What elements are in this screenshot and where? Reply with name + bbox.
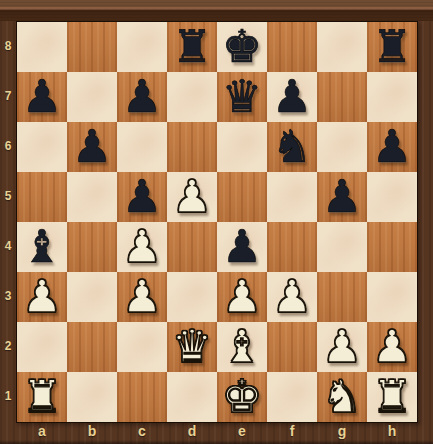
white-knight[interactable]: ♞ bbox=[322, 372, 362, 422]
file-label-h: h bbox=[367, 422, 417, 442]
square-d8[interactable]: ♜ bbox=[167, 22, 217, 72]
square-b5[interactable] bbox=[67, 172, 117, 222]
rank-label-1: 1 bbox=[0, 371, 16, 421]
white-pawn[interactable]: ♟ bbox=[222, 272, 262, 322]
square-b8[interactable] bbox=[67, 22, 117, 72]
file-label-g: g bbox=[317, 422, 367, 442]
black-pawn[interactable]: ♟ bbox=[322, 172, 362, 222]
square-h6[interactable]: ♟ bbox=[367, 122, 417, 172]
square-e2[interactable]: ♝ bbox=[217, 322, 267, 372]
board-frame-top bbox=[0, 0, 433, 21]
square-b4[interactable] bbox=[67, 222, 117, 272]
black-rook[interactable]: ♜ bbox=[172, 22, 212, 72]
square-d4[interactable] bbox=[167, 222, 217, 272]
square-e3[interactable]: ♟ bbox=[217, 272, 267, 322]
file-label-f: f bbox=[267, 422, 317, 442]
square-b2[interactable] bbox=[67, 322, 117, 372]
square-h2[interactable]: ♟ bbox=[367, 322, 417, 372]
square-h3[interactable] bbox=[367, 272, 417, 322]
black-knight[interactable]: ♞ bbox=[272, 122, 312, 172]
square-g4[interactable] bbox=[317, 222, 367, 272]
board-frame-bottom-edge bbox=[0, 440, 433, 444]
square-h4[interactable] bbox=[367, 222, 417, 272]
rank-labels: 87654321 bbox=[0, 21, 16, 421]
square-c5[interactable]: ♟ bbox=[117, 172, 167, 222]
black-king[interactable]: ♚ bbox=[222, 22, 262, 72]
square-c2[interactable] bbox=[117, 322, 167, 372]
file-label-c: c bbox=[117, 422, 167, 442]
square-g6[interactable] bbox=[317, 122, 367, 172]
square-d3[interactable] bbox=[167, 272, 217, 322]
file-label-d: d bbox=[167, 422, 217, 442]
white-rook[interactable]: ♜ bbox=[22, 372, 62, 422]
square-e6[interactable] bbox=[217, 122, 267, 172]
square-c6[interactable] bbox=[117, 122, 167, 172]
square-e4[interactable]: ♟ bbox=[217, 222, 267, 272]
white-pawn[interactable]: ♟ bbox=[322, 322, 362, 372]
white-queen[interactable]: ♛ bbox=[172, 322, 212, 372]
square-f6[interactable]: ♞ bbox=[267, 122, 317, 172]
white-king[interactable]: ♚ bbox=[222, 372, 262, 422]
square-c7[interactable]: ♟ bbox=[117, 72, 167, 122]
square-c8[interactable] bbox=[117, 22, 167, 72]
square-f2[interactable] bbox=[267, 322, 317, 372]
white-bishop[interactable]: ♝ bbox=[222, 322, 262, 372]
square-a1[interactable]: ♜ bbox=[17, 372, 67, 422]
white-pawn[interactable]: ♟ bbox=[272, 272, 312, 322]
square-f1[interactable] bbox=[267, 372, 317, 422]
square-f8[interactable] bbox=[267, 22, 317, 72]
black-pawn[interactable]: ♟ bbox=[22, 72, 62, 122]
square-d5[interactable]: ♟ bbox=[167, 172, 217, 222]
square-g5[interactable]: ♟ bbox=[317, 172, 367, 222]
black-queen[interactable]: ♛ bbox=[222, 72, 262, 122]
square-g8[interactable] bbox=[317, 22, 367, 72]
file-label-b: b bbox=[67, 422, 117, 442]
square-h1[interactable]: ♜ bbox=[367, 372, 417, 422]
square-e5[interactable] bbox=[217, 172, 267, 222]
square-f4[interactable] bbox=[267, 222, 317, 272]
square-f5[interactable] bbox=[267, 172, 317, 222]
chessboard-widget: ♜♚♜♟♟♛♟♟♞♟♟♟♟♝♟♟♟♟♟♟♛♝♟♟♜♚♞♜ 87654321 ab… bbox=[0, 0, 433, 444]
black-pawn[interactable]: ♟ bbox=[122, 72, 162, 122]
black-pawn[interactable]: ♟ bbox=[72, 122, 112, 172]
square-a5[interactable] bbox=[17, 172, 67, 222]
square-a8[interactable] bbox=[17, 22, 67, 72]
white-pawn[interactable]: ♟ bbox=[122, 222, 162, 272]
square-c4[interactable]: ♟ bbox=[117, 222, 167, 272]
square-g2[interactable]: ♟ bbox=[317, 322, 367, 372]
square-b1[interactable] bbox=[67, 372, 117, 422]
square-a3[interactable]: ♟ bbox=[17, 272, 67, 322]
white-pawn[interactable]: ♟ bbox=[122, 272, 162, 322]
white-pawn[interactable]: ♟ bbox=[372, 322, 412, 372]
square-a2[interactable] bbox=[17, 322, 67, 372]
rank-label-2: 2 bbox=[0, 321, 16, 371]
black-pawn[interactable]: ♟ bbox=[272, 72, 312, 122]
square-a4[interactable]: ♝ bbox=[17, 222, 67, 272]
rank-label-4: 4 bbox=[0, 221, 16, 271]
square-f3[interactable]: ♟ bbox=[267, 272, 317, 322]
square-h5[interactable] bbox=[367, 172, 417, 222]
square-g1[interactable]: ♞ bbox=[317, 372, 367, 422]
square-a6[interactable] bbox=[17, 122, 67, 172]
square-d1[interactable] bbox=[167, 372, 217, 422]
black-bishop[interactable]: ♝ bbox=[22, 222, 62, 272]
file-labels: abcdefgh bbox=[17, 422, 417, 442]
rank-label-8: 8 bbox=[0, 21, 16, 71]
square-b3[interactable] bbox=[67, 272, 117, 322]
white-pawn[interactable]: ♟ bbox=[22, 272, 62, 322]
rank-label-6: 6 bbox=[0, 121, 16, 171]
square-d7[interactable] bbox=[167, 72, 217, 122]
rank-label-3: 3 bbox=[0, 271, 16, 321]
square-a7[interactable]: ♟ bbox=[17, 72, 67, 122]
rank-label-7: 7 bbox=[0, 71, 16, 121]
square-f7[interactable]: ♟ bbox=[267, 72, 317, 122]
square-b6[interactable]: ♟ bbox=[67, 122, 117, 172]
black-pawn[interactable]: ♟ bbox=[122, 172, 162, 222]
square-e1[interactable]: ♚ bbox=[217, 372, 267, 422]
square-h8[interactable]: ♜ bbox=[367, 22, 417, 72]
square-c3[interactable]: ♟ bbox=[117, 272, 167, 322]
white-pawn[interactable]: ♟ bbox=[172, 172, 212, 222]
square-g7[interactable] bbox=[317, 72, 367, 122]
black-rook[interactable]: ♜ bbox=[372, 22, 412, 72]
white-rook[interactable]: ♜ bbox=[372, 372, 412, 422]
square-e8[interactable]: ♚ bbox=[217, 22, 267, 72]
square-d6[interactable] bbox=[167, 122, 217, 172]
chess-board[interactable]: ♜♚♜♟♟♛♟♟♞♟♟♟♟♝♟♟♟♟♟♟♛♝♟♟♜♚♞♜ bbox=[16, 21, 418, 423]
square-h7[interactable] bbox=[367, 72, 417, 122]
square-g3[interactable] bbox=[317, 272, 367, 322]
file-label-a: a bbox=[17, 422, 67, 442]
square-b7[interactable] bbox=[67, 72, 117, 122]
black-pawn[interactable]: ♟ bbox=[372, 122, 412, 172]
black-pawn[interactable]: ♟ bbox=[222, 222, 262, 272]
square-d2[interactable]: ♛ bbox=[167, 322, 217, 372]
rank-label-5: 5 bbox=[0, 171, 16, 221]
square-e7[interactable]: ♛ bbox=[217, 72, 267, 122]
square-c1[interactable] bbox=[117, 372, 167, 422]
file-label-e: e bbox=[217, 422, 267, 442]
